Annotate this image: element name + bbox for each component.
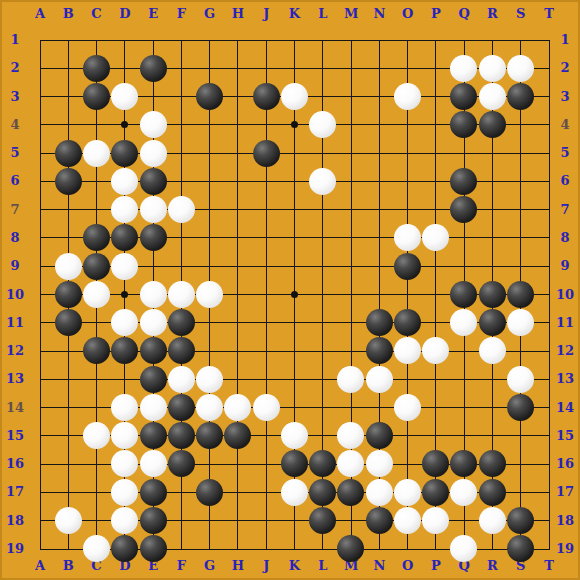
black-stone-B5[interactable] xyxy=(55,140,82,167)
coord-label-top-O: O xyxy=(393,6,423,22)
white-stone-D9[interactable] xyxy=(111,253,138,280)
black-stone-O11[interactable] xyxy=(394,309,421,336)
white-stone-K15[interactable] xyxy=(281,422,308,449)
coord-label-top-A: A xyxy=(25,6,55,22)
white-stone-E16[interactable] xyxy=(140,450,167,477)
white-stone-D11[interactable] xyxy=(111,309,138,336)
white-stone-R2[interactable] xyxy=(479,55,506,82)
black-stone-P16[interactable] xyxy=(422,450,449,477)
white-stone-D3[interactable] xyxy=(111,83,138,110)
star-point-D4 xyxy=(121,121,128,128)
coord-label-top-B: B xyxy=(53,6,83,22)
white-stone-Q19[interactable] xyxy=(450,535,477,562)
white-stone-G14[interactable] xyxy=(196,394,223,421)
coord-label-top-T: T xyxy=(534,6,564,22)
black-stone-G17[interactable] xyxy=(196,479,223,506)
black-stone-L17[interactable] xyxy=(309,479,336,506)
white-stone-S2[interactable] xyxy=(507,55,534,82)
black-stone-F11[interactable] xyxy=(168,309,195,336)
white-stone-E11[interactable] xyxy=(140,309,167,336)
black-stone-E8[interactable] xyxy=(140,224,167,251)
black-stone-N18[interactable] xyxy=(366,507,393,534)
black-stone-D19[interactable] xyxy=(111,535,138,562)
go-board[interactable]: AABBCCDDEEFFGGHHJJKKLLMMNNOOPPQQRRSSTT11… xyxy=(0,0,580,580)
white-stone-K3[interactable] xyxy=(281,83,308,110)
white-stone-R12[interactable] xyxy=(479,337,506,364)
black-stone-M19[interactable] xyxy=(337,535,364,562)
black-stone-R10[interactable] xyxy=(479,281,506,308)
white-stone-O18[interactable] xyxy=(394,507,421,534)
white-stone-M13[interactable] xyxy=(337,366,364,393)
white-stone-D14[interactable] xyxy=(111,394,138,421)
white-stone-Q17[interactable] xyxy=(450,479,477,506)
black-stone-K16[interactable] xyxy=(281,450,308,477)
white-stone-C5[interactable] xyxy=(83,140,110,167)
black-stone-E6[interactable] xyxy=(140,168,167,195)
white-stone-J14[interactable] xyxy=(253,394,280,421)
white-stone-F13[interactable] xyxy=(168,366,195,393)
white-stone-P8[interactable] xyxy=(422,224,449,251)
black-stone-F14[interactable] xyxy=(168,394,195,421)
white-stone-R3[interactable] xyxy=(479,83,506,110)
black-stone-S14[interactable] xyxy=(507,394,534,421)
white-stone-S13[interactable] xyxy=(507,366,534,393)
black-stone-C8[interactable] xyxy=(83,224,110,251)
coord-label-top-S: S xyxy=(506,6,536,22)
black-stone-L18[interactable] xyxy=(309,507,336,534)
white-stone-O3[interactable] xyxy=(394,83,421,110)
white-stone-N16[interactable] xyxy=(366,450,393,477)
white-stone-M15[interactable] xyxy=(337,422,364,449)
black-stone-F15[interactable] xyxy=(168,422,195,449)
white-stone-D15[interactable] xyxy=(111,422,138,449)
black-stone-S19[interactable] xyxy=(507,535,534,562)
black-stone-H15[interactable] xyxy=(224,422,251,449)
black-stone-Q6[interactable] xyxy=(450,168,477,195)
white-stone-G13[interactable] xyxy=(196,366,223,393)
coord-label-top-G: G xyxy=(195,6,225,22)
black-stone-D5[interactable] xyxy=(111,140,138,167)
black-stone-B10[interactable] xyxy=(55,281,82,308)
coord-label-top-E: E xyxy=(138,6,168,22)
black-stone-D8[interactable] xyxy=(111,224,138,251)
board-intersections[interactable] xyxy=(26,26,563,563)
black-stone-E2[interactable] xyxy=(140,55,167,82)
coord-label-top-K: K xyxy=(280,6,310,22)
white-stone-R18[interactable] xyxy=(479,507,506,534)
black-stone-Q16[interactable] xyxy=(450,450,477,477)
coord-label-top-N: N xyxy=(364,6,394,22)
black-stone-E15[interactable] xyxy=(140,422,167,449)
black-stone-S10[interactable] xyxy=(507,281,534,308)
white-stone-O12[interactable] xyxy=(394,337,421,364)
black-stone-N12[interactable] xyxy=(366,337,393,364)
black-stone-R16[interactable] xyxy=(479,450,506,477)
white-stone-E4[interactable] xyxy=(140,111,167,138)
black-stone-E17[interactable] xyxy=(140,479,167,506)
white-stone-S11[interactable] xyxy=(507,309,534,336)
coord-label-top-D: D xyxy=(110,6,140,22)
black-stone-C9[interactable] xyxy=(83,253,110,280)
black-stone-E19[interactable] xyxy=(140,535,167,562)
white-stone-Q11[interactable] xyxy=(450,309,477,336)
black-stone-J5[interactable] xyxy=(253,140,280,167)
white-stone-D6[interactable] xyxy=(111,168,138,195)
black-stone-M17[interactable] xyxy=(337,479,364,506)
black-stone-C12[interactable] xyxy=(83,337,110,364)
black-stone-J3[interactable] xyxy=(253,83,280,110)
black-stone-N15[interactable] xyxy=(366,422,393,449)
white-stone-F7[interactable] xyxy=(168,196,195,223)
white-stone-K17[interactable] xyxy=(281,479,308,506)
black-stone-Q4[interactable] xyxy=(450,111,477,138)
white-stone-F10[interactable] xyxy=(168,281,195,308)
white-stone-B9[interactable] xyxy=(55,253,82,280)
black-stone-E18[interactable] xyxy=(140,507,167,534)
white-stone-D17[interactable] xyxy=(111,479,138,506)
coord-label-top-M: M xyxy=(336,6,366,22)
white-stone-E5[interactable] xyxy=(140,140,167,167)
black-stone-G15[interactable] xyxy=(196,422,223,449)
coord-label-top-F: F xyxy=(166,6,196,22)
white-stone-D16[interactable] xyxy=(111,450,138,477)
white-stone-B18[interactable] xyxy=(55,507,82,534)
white-stone-M16[interactable] xyxy=(337,450,364,477)
coord-label-top-C: C xyxy=(82,6,112,22)
black-stone-S3[interactable] xyxy=(507,83,534,110)
white-stone-E10[interactable] xyxy=(140,281,167,308)
coord-label-top-J: J xyxy=(251,6,281,22)
black-stone-D12[interactable] xyxy=(111,337,138,364)
coord-label-top-P: P xyxy=(421,6,451,22)
white-stone-O8[interactable] xyxy=(394,224,421,251)
black-stone-P17[interactable] xyxy=(422,479,449,506)
white-stone-E14[interactable] xyxy=(140,394,167,421)
white-stone-L4[interactable] xyxy=(309,111,336,138)
black-stone-B11[interactable] xyxy=(55,309,82,336)
black-stone-B6[interactable] xyxy=(55,168,82,195)
coord-label-top-R: R xyxy=(477,6,507,22)
coord-label-top-H: H xyxy=(223,6,253,22)
coord-label-top-L: L xyxy=(308,6,338,22)
black-stone-F12[interactable] xyxy=(168,337,195,364)
star-point-K4 xyxy=(291,121,298,128)
black-stone-Q10[interactable] xyxy=(450,281,477,308)
white-stone-C19[interactable] xyxy=(83,535,110,562)
white-stone-D18[interactable] xyxy=(111,507,138,534)
white-stone-N17[interactable] xyxy=(366,479,393,506)
black-stone-N11[interactable] xyxy=(366,309,393,336)
black-stone-R17[interactable] xyxy=(479,479,506,506)
black-stone-R11[interactable] xyxy=(479,309,506,336)
white-stone-H14[interactable] xyxy=(224,394,251,421)
white-stone-O17[interactable] xyxy=(394,479,421,506)
star-point-D10 xyxy=(121,291,128,298)
white-stone-Q2[interactable] xyxy=(450,55,477,82)
white-stone-N13[interactable] xyxy=(366,366,393,393)
black-stone-L16[interactable] xyxy=(309,450,336,477)
black-stone-G3[interactable] xyxy=(196,83,223,110)
black-stone-O9[interactable] xyxy=(394,253,421,280)
star-point-K10 xyxy=(291,291,298,298)
coord-label-top-Q: Q xyxy=(449,6,479,22)
black-stone-F16[interactable] xyxy=(168,450,195,477)
black-stone-R4[interactable] xyxy=(479,111,506,138)
white-stone-C10[interactable] xyxy=(83,281,110,308)
black-stone-Q7[interactable] xyxy=(450,196,477,223)
white-stone-C15[interactable] xyxy=(83,422,110,449)
white-stone-E7[interactable] xyxy=(140,196,167,223)
white-stone-G10[interactable] xyxy=(196,281,223,308)
black-stone-C3[interactable] xyxy=(83,83,110,110)
white-stone-D7[interactable] xyxy=(111,196,138,223)
black-stone-S18[interactable] xyxy=(507,507,534,534)
black-stone-Q3[interactable] xyxy=(450,83,477,110)
black-stone-C2[interactable] xyxy=(83,55,110,82)
white-stone-L6[interactable] xyxy=(309,168,336,195)
black-stone-E12[interactable] xyxy=(140,337,167,364)
white-stone-P18[interactable] xyxy=(422,507,449,534)
white-stone-O14[interactable] xyxy=(394,394,421,421)
white-stone-P12[interactable] xyxy=(422,337,449,364)
black-stone-E13[interactable] xyxy=(140,366,167,393)
